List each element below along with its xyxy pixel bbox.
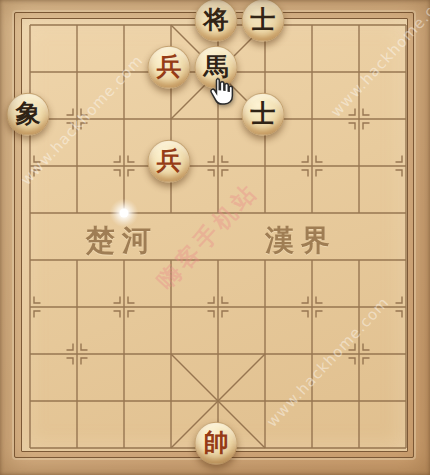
piece-red-general[interactable]: 帥: [195, 422, 238, 465]
piece-black-advisor[interactable]: 士: [242, 93, 285, 136]
piece-black-elephant[interactable]: 象: [7, 93, 50, 136]
piece-character: 士: [251, 101, 276, 126]
piece-character: 兵: [157, 54, 182, 79]
xiangqi-board: 楚河 漢界 将士兵馬象士兵帥 www.hackhome.com www.hack…: [0, 0, 430, 475]
pieces-layer: 将士兵馬象士兵帥: [0, 0, 430, 475]
piece-character: 士: [251, 7, 276, 32]
piece-character: 象: [16, 101, 41, 126]
piece-red-soldier[interactable]: 兵: [148, 140, 191, 183]
piece-character: 兵: [157, 148, 182, 173]
piece-black-horse[interactable]: 馬: [195, 46, 238, 89]
piece-black-general[interactable]: 将: [195, 0, 238, 42]
piece-character: 将: [204, 7, 229, 32]
piece-character: 馬: [204, 54, 229, 79]
piece-character: 帥: [204, 430, 229, 455]
piece-black-advisor[interactable]: 士: [242, 0, 285, 42]
piece-red-soldier[interactable]: 兵: [148, 46, 191, 89]
